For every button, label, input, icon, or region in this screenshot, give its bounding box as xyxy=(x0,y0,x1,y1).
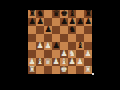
square-e1[interactable]: ♚ xyxy=(60,66,68,74)
square-b4[interactable]: ♟ xyxy=(36,42,44,50)
square-g2[interactable]: ♟ xyxy=(76,58,84,66)
white-rook-a1[interactable]: ♜ xyxy=(28,66,36,74)
square-d2[interactable]: ♟ xyxy=(52,58,60,66)
square-c5[interactable] xyxy=(44,34,52,42)
square-b3[interactable] xyxy=(36,50,44,58)
square-e3[interactable]: ♟ xyxy=(60,50,68,58)
square-h4[interactable] xyxy=(84,42,92,50)
square-b5[interactable] xyxy=(36,34,44,42)
square-a5[interactable] xyxy=(28,34,36,42)
square-c3[interactable] xyxy=(44,50,52,58)
white-king-e1[interactable]: ♚ xyxy=(60,66,68,74)
white-pawn-h3[interactable]: ♟ xyxy=(84,50,92,58)
square-c8[interactable] xyxy=(44,10,52,18)
square-h1[interactable]: ♜ xyxy=(84,66,92,74)
white-pawn-c4[interactable]: ♟ xyxy=(44,42,52,50)
square-g3[interactable] xyxy=(76,50,84,58)
square-a1[interactable]: ♜ xyxy=(28,66,36,74)
square-f4[interactable] xyxy=(68,42,76,50)
square-d8[interactable]: ♛ xyxy=(52,10,60,18)
black-pawn-d4[interactable]: ♟ xyxy=(52,42,60,50)
black-knight-f6[interactable]: ♞ xyxy=(68,26,76,34)
white-bishop-e2[interactable]: ♝ xyxy=(60,58,68,66)
square-g8[interactable] xyxy=(76,10,84,18)
black-pawn-a7[interactable]: ♟ xyxy=(28,18,36,26)
black-pawn-f7[interactable]: ♟ xyxy=(68,18,76,26)
square-e6[interactable] xyxy=(60,26,68,34)
white-pawn-f2[interactable]: ♟ xyxy=(68,58,76,66)
square-c1[interactable] xyxy=(44,66,52,74)
square-e2[interactable]: ♝ xyxy=(60,58,68,66)
black-bishop-f8[interactable]: ♝ xyxy=(68,10,76,18)
square-h6[interactable] xyxy=(84,26,92,34)
square-d6[interactable] xyxy=(52,26,60,34)
square-f1[interactable] xyxy=(68,66,76,74)
white-rook-h1[interactable]: ♜ xyxy=(84,66,92,74)
white-pawn-a2[interactable]: ♟ xyxy=(28,58,36,66)
square-d3[interactable] xyxy=(52,50,60,58)
square-c4[interactable]: ♟ xyxy=(44,42,52,50)
square-a7[interactable]: ♟ xyxy=(28,18,36,26)
square-g5[interactable] xyxy=(76,34,84,42)
square-f7[interactable]: ♟ xyxy=(68,18,76,26)
square-b7[interactable]: ♟ xyxy=(36,18,44,26)
white-pawn-e3[interactable]: ♟ xyxy=(60,50,68,58)
screenshot-background: ♜♞♛♚♝♜♟♟♟♟♟♟♟♞♟♟♟♝♟♞♟♟♝♛♟♝♟♟♜♚♜ xyxy=(0,0,120,90)
square-e7[interactable]: ♟ xyxy=(60,18,68,26)
white-pawn-g2[interactable]: ♟ xyxy=(76,58,84,66)
black-bishop-g4[interactable]: ♝ xyxy=(76,42,84,50)
square-c2[interactable]: ♛ xyxy=(44,58,52,66)
square-b8[interactable]: ♞ xyxy=(36,10,44,18)
square-d4[interactable]: ♟ xyxy=(52,42,60,50)
square-b2[interactable]: ♝ xyxy=(36,58,44,66)
square-c6[interactable]: ♟ xyxy=(44,26,52,34)
square-a8[interactable]: ♜ xyxy=(28,10,36,18)
square-h5[interactable] xyxy=(84,34,92,42)
white-to-move-indicator xyxy=(92,73,94,75)
white-bishop-b2[interactable]: ♝ xyxy=(36,58,44,66)
square-a3[interactable] xyxy=(28,50,36,58)
square-f8[interactable]: ♝ xyxy=(68,10,76,18)
chess-board: ♜♞♛♚♝♜♟♟♟♟♟♟♟♞♟♟♟♝♟♞♟♟♝♛♟♝♟♟♜♚♜ xyxy=(28,10,92,74)
square-g7[interactable]: ♟ xyxy=(76,18,84,26)
square-f3[interactable]: ♞ xyxy=(68,50,76,58)
square-d7[interactable] xyxy=(52,18,60,26)
square-a4[interactable] xyxy=(28,42,36,50)
square-d5[interactable] xyxy=(52,34,60,42)
square-b1[interactable] xyxy=(36,66,44,74)
square-h8[interactable]: ♜ xyxy=(84,10,92,18)
black-pawn-e7[interactable]: ♟ xyxy=(60,18,68,26)
square-h7[interactable]: ♟ xyxy=(84,18,92,26)
square-g1[interactable] xyxy=(76,66,84,74)
square-e4[interactable] xyxy=(60,42,68,50)
square-h3[interactable]: ♟ xyxy=(84,50,92,58)
square-a2[interactable]: ♟ xyxy=(28,58,36,66)
black-pawn-g7[interactable]: ♟ xyxy=(76,18,84,26)
white-knight-f3[interactable]: ♞ xyxy=(68,50,76,58)
black-pawn-b7[interactable]: ♟ xyxy=(36,18,44,26)
white-queen-c2[interactable]: ♛ xyxy=(44,58,52,66)
black-rook-h8[interactable]: ♜ xyxy=(84,10,92,18)
square-f5[interactable] xyxy=(68,34,76,42)
square-h2[interactable] xyxy=(84,58,92,66)
black-pawn-h7[interactable]: ♟ xyxy=(84,18,92,26)
white-pawn-d2[interactable]: ♟ xyxy=(52,58,60,66)
black-rook-a8[interactable]: ♜ xyxy=(28,10,36,18)
square-g6[interactable] xyxy=(76,26,84,34)
square-d1[interactable] xyxy=(52,66,60,74)
square-f2[interactable]: ♟ xyxy=(68,58,76,66)
white-pawn-b4[interactable]: ♟ xyxy=(36,42,44,50)
black-knight-b8[interactable]: ♞ xyxy=(36,10,44,18)
square-f6[interactable]: ♞ xyxy=(68,26,76,34)
black-king-e8[interactable]: ♚ xyxy=(60,10,68,18)
square-b6[interactable] xyxy=(36,26,44,34)
square-e5[interactable] xyxy=(60,34,68,42)
black-queen-d8[interactable]: ♛ xyxy=(52,10,60,18)
black-pawn-c6[interactable]: ♟ xyxy=(44,26,52,34)
square-e8[interactable]: ♚ xyxy=(60,10,68,18)
square-g4[interactable]: ♝ xyxy=(76,42,84,50)
square-c7[interactable] xyxy=(44,18,52,26)
square-a6[interactable] xyxy=(28,26,36,34)
